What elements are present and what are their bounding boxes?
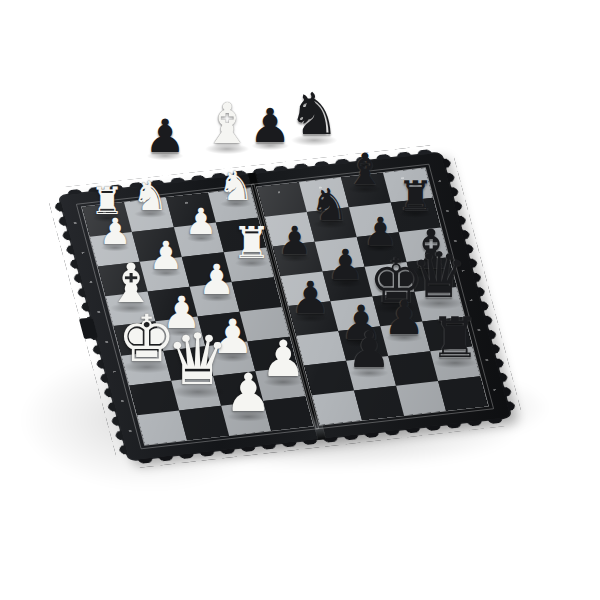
black-pawn: ♟ <box>290 276 330 320</box>
white-bishop: ♝ <box>202 96 252 152</box>
black-rook: ♜ <box>430 310 480 366</box>
black-knight: ♞ <box>310 182 350 226</box>
white-queen: ♛ <box>166 325 229 396</box>
pieces-layer: ♜♞♞♟♟♟♜♝♟♟♚♟♛♟♟♝♞♜♟♟♟♝♟♚♛♟♟♟♜♟♝♟♞ <box>0 0 600 600</box>
black-pawn: ♟ <box>277 222 312 261</box>
black-knight: ♞ <box>288 85 340 143</box>
white-knight: ♞ <box>218 166 255 207</box>
white-pawn: ♟ <box>99 215 131 251</box>
white-pawn: ♟ <box>198 259 235 301</box>
black-bishop: ♝ <box>345 149 384 192</box>
black-rook: ♜ <box>397 176 433 216</box>
white-pawn: ♟ <box>185 205 217 241</box>
white-rook: ♜ <box>232 223 271 267</box>
white-pawn: ♟ <box>225 367 272 420</box>
white-knight: ♞ <box>132 175 169 216</box>
black-pawn: ♟ <box>327 244 364 286</box>
black-pawn: ♟ <box>347 326 392 376</box>
black-pawn: ♟ <box>249 102 291 149</box>
black-pawn: ♟ <box>144 113 185 159</box>
product-photo-scene: ♜♞♞♟♟♟♜♝♟♟♚♟♛♟♟♝♞♜♟♟♟♝♟♚♛♟♟♟♜♟♝♟♞ <box>0 0 600 600</box>
